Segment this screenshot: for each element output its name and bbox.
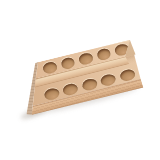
pit-cell (76, 52, 96, 67)
pit-cell (41, 86, 63, 101)
pit-r2-2[interactable] (62, 82, 79, 96)
pit-r2-4[interactable] (99, 72, 116, 86)
pit-r1-1[interactable] (42, 61, 58, 74)
pit-cell (58, 56, 78, 71)
pit-r2-3[interactable] (81, 77, 98, 91)
pit-cell (116, 67, 138, 82)
pit-cell (78, 77, 100, 92)
pit-cell (40, 60, 60, 75)
pit-cell (94, 47, 114, 62)
pit-r1-4[interactable] (96, 48, 112, 61)
pit-r1-2[interactable] (60, 57, 76, 70)
board-scene (0, 0, 160, 160)
pit-r2-1[interactable] (43, 87, 60, 101)
pit-r2-5[interactable] (118, 68, 135, 82)
pit-r1-3[interactable] (78, 52, 94, 65)
pit-cell (97, 72, 119, 87)
mancala-board (14, 38, 147, 117)
pit-cell (59, 81, 81, 96)
